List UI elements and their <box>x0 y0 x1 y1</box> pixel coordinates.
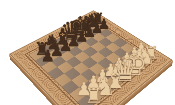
board-scene: ♜♞♝♛♚♝♞♜♟♟♟♟♟♟♟♟♟♟♟♟♟♟♟♟♜♞♝♛♚♝♞♜ <box>0 0 175 105</box>
chess-set-photo: ♜♞♝♛♚♝♞♜♟♟♟♟♟♟♟♟♟♟♟♟♟♟♟♟♜♞♝♛♚♝♞♜ <box>0 0 175 105</box>
chess-board: ♜♞♝♛♚♝♞♜♟♟♟♟♟♟♟♟♟♟♟♟♟♟♟♟♜♞♝♛♚♝♞♜ <box>9 10 173 105</box>
